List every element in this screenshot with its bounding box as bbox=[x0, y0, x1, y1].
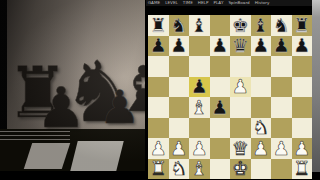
piece-black-bishop: ♝ bbox=[191, 16, 208, 35]
piece-black-pawn: ♟ bbox=[293, 36, 310, 55]
square-b5[interactable] bbox=[169, 77, 190, 98]
square-a5[interactable] bbox=[148, 77, 169, 98]
piece-black-pawn: ♟ bbox=[252, 36, 269, 55]
square-b2[interactable]: ♟ bbox=[169, 138, 190, 159]
piece-white-knight: ♞ bbox=[252, 118, 269, 137]
square-a7[interactable]: ♟ bbox=[148, 36, 169, 57]
square-h4[interactable] bbox=[292, 97, 313, 118]
square-e6[interactable] bbox=[230, 56, 251, 77]
square-e3[interactable] bbox=[230, 118, 251, 139]
square-g5[interactable] bbox=[271, 77, 292, 98]
square-f6[interactable] bbox=[251, 56, 272, 77]
menu-item-play[interactable]: PLAY bbox=[213, 1, 223, 6]
photo-chess-pieces: ♜ ♟ ♞ ♟ ♝ bbox=[0, 0, 145, 171]
window-edge-strip bbox=[312, 0, 320, 172]
square-d3[interactable] bbox=[210, 118, 231, 139]
square-c1[interactable]: ♝ bbox=[189, 159, 210, 180]
square-d1[interactable] bbox=[210, 159, 231, 180]
square-h5[interactable] bbox=[292, 77, 313, 98]
menu-item-level[interactable]: LEVEL bbox=[165, 1, 178, 6]
menu-bar: GAMELEVELTIMEHELPPLAYSpinBoardHistory bbox=[146, 0, 313, 6]
square-h1[interactable]: ♜ bbox=[292, 159, 313, 180]
square-d8[interactable] bbox=[210, 15, 231, 36]
square-e2[interactable]: ♛ bbox=[230, 138, 251, 159]
square-b1[interactable]: ♞ bbox=[169, 159, 190, 180]
piece-black-king: ♚ bbox=[232, 16, 249, 35]
chess-app-window: GAMELEVELTIMEHELPPLAYSpinBoardHistory ♜♞… bbox=[145, 0, 320, 180]
square-f5[interactable] bbox=[251, 77, 272, 98]
square-e8[interactable]: ♚ bbox=[230, 15, 251, 36]
square-h2[interactable]: ♟ bbox=[292, 138, 313, 159]
piece-white-bishop: ♝ bbox=[191, 159, 208, 178]
piece-black-pawn: ♟ bbox=[211, 36, 228, 55]
piece-white-pawn: ♟ bbox=[191, 139, 208, 158]
piece-black-knight: ♞ bbox=[273, 16, 290, 35]
square-g1[interactable] bbox=[271, 159, 292, 180]
square-f4[interactable] bbox=[251, 97, 272, 118]
square-f3[interactable]: ♞ bbox=[251, 118, 272, 139]
square-g3[interactable] bbox=[271, 118, 292, 139]
square-g6[interactable] bbox=[271, 56, 292, 77]
square-e7[interactable]: ♛ bbox=[230, 36, 251, 57]
square-b3[interactable] bbox=[169, 118, 190, 139]
piece-white-king: ♚ bbox=[232, 159, 249, 178]
piece-black-pawn: ♟ bbox=[150, 36, 167, 55]
piece-white-queen: ♛ bbox=[232, 139, 249, 158]
piece-white-rook: ♜ bbox=[293, 159, 310, 178]
square-b4[interactable] bbox=[169, 97, 190, 118]
photo-vignette bbox=[0, 0, 145, 171]
piece-white-bishop: ♝ bbox=[191, 98, 208, 117]
square-h3[interactable] bbox=[292, 118, 313, 139]
piece-black-queen: ♛ bbox=[232, 36, 249, 55]
menu-items: GAMELEVELTIMEHELPPLAYSpinBoardHistory bbox=[146, 1, 269, 6]
square-d6[interactable] bbox=[210, 56, 231, 77]
square-g4[interactable] bbox=[271, 97, 292, 118]
menu-item-spinboard[interactable]: SpinBoard bbox=[228, 1, 249, 6]
piece-black-rook: ♜ bbox=[150, 16, 167, 35]
square-f8[interactable]: ♝ bbox=[251, 15, 272, 36]
square-g8[interactable]: ♞ bbox=[271, 15, 292, 36]
piece-white-pawn: ♟ bbox=[150, 139, 167, 158]
piece-black-pawn: ♟ bbox=[211, 98, 228, 117]
square-h7[interactable]: ♟ bbox=[292, 36, 313, 57]
square-d7[interactable]: ♟ bbox=[210, 36, 231, 57]
square-c3[interactable] bbox=[189, 118, 210, 139]
menu-item-help[interactable]: HELP bbox=[198, 1, 209, 6]
square-a2[interactable]: ♟ bbox=[148, 138, 169, 159]
square-e5[interactable]: ♟ bbox=[230, 77, 251, 98]
menu-item-game[interactable]: GAME bbox=[148, 1, 160, 6]
square-a1[interactable]: ♜ bbox=[148, 159, 169, 180]
piece-white-pawn: ♟ bbox=[170, 139, 187, 158]
piece-black-pawn: ♟ bbox=[273, 36, 290, 55]
piece-black-pawn: ♟ bbox=[191, 77, 208, 96]
menu-item-history[interactable]: History bbox=[255, 1, 270, 6]
square-a4[interactable] bbox=[148, 97, 169, 118]
piece-black-bishop: ♝ bbox=[252, 16, 269, 35]
square-a3[interactable] bbox=[148, 118, 169, 139]
square-d5[interactable] bbox=[210, 77, 231, 98]
screenshot-root: { "game": "chess", "position": { "fen": … bbox=[0, 0, 320, 180]
square-a8[interactable]: ♜ bbox=[148, 15, 169, 36]
square-c4[interactable]: ♝ bbox=[189, 97, 210, 118]
square-a6[interactable] bbox=[148, 56, 169, 77]
menu-item-time[interactable]: TIME bbox=[183, 1, 193, 6]
square-c6[interactable] bbox=[189, 56, 210, 77]
square-d2[interactable] bbox=[210, 138, 231, 159]
square-c5[interactable]: ♟ bbox=[189, 77, 210, 98]
square-c2[interactable]: ♟ bbox=[189, 138, 210, 159]
chess-board: ♜♞♝♚♝♞♜♟♟♟♛♟♟♟♟♟♝♟♞♟♟♟♛♟♟♟♜♞♝♚♜ bbox=[148, 15, 312, 179]
square-d4[interactable]: ♟ bbox=[210, 97, 231, 118]
square-b8[interactable]: ♞ bbox=[169, 15, 190, 36]
square-g2[interactable]: ♟ bbox=[271, 138, 292, 159]
piece-white-rook: ♜ bbox=[150, 159, 167, 178]
square-f1[interactable] bbox=[251, 159, 272, 180]
piece-white-pawn: ♟ bbox=[273, 139, 290, 158]
piece-white-pawn: ♟ bbox=[252, 139, 269, 158]
piece-black-knight: ♞ bbox=[170, 16, 187, 35]
square-c8[interactable]: ♝ bbox=[189, 15, 210, 36]
square-b6[interactable] bbox=[169, 56, 190, 77]
square-e1[interactable]: ♚ bbox=[230, 159, 251, 180]
piece-black-rook: ♜ bbox=[293, 16, 310, 35]
square-h8[interactable]: ♜ bbox=[292, 15, 313, 36]
piece-white-knight: ♞ bbox=[170, 159, 187, 178]
square-g7[interactable]: ♟ bbox=[271, 36, 292, 57]
piece-white-pawn: ♟ bbox=[293, 139, 310, 158]
square-b7[interactable]: ♟ bbox=[169, 36, 190, 57]
piece-black-pawn: ♟ bbox=[170, 36, 187, 55]
square-h6[interactable] bbox=[292, 56, 313, 77]
square-c7[interactable] bbox=[189, 36, 210, 57]
square-e4[interactable] bbox=[230, 97, 251, 118]
piece-white-pawn: ♟ bbox=[232, 77, 249, 96]
square-f2[interactable]: ♟ bbox=[251, 138, 272, 159]
square-f7[interactable]: ♟ bbox=[251, 36, 272, 57]
